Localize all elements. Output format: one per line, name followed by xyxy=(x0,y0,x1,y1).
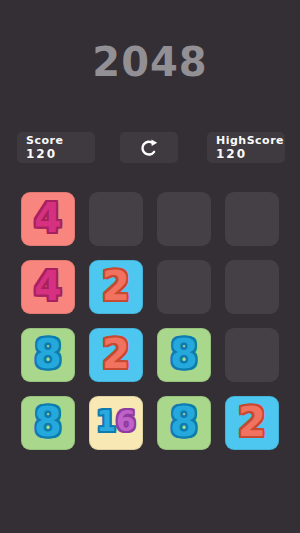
empty-cell-r3c4 xyxy=(225,328,279,382)
empty-cell-r2c3 xyxy=(157,260,211,314)
screen: 2048 Score 120 HighScore 120 44282881682 xyxy=(0,0,300,533)
empty-cell-r1c4 xyxy=(225,192,279,246)
tile-digit: 8 xyxy=(170,334,198,374)
tile-digit: 4 xyxy=(34,198,62,238)
board[interactable]: 44282881682 xyxy=(21,192,279,450)
tile-4-r1c1: 4 xyxy=(21,192,75,246)
tile-2-r3c2: 2 xyxy=(89,328,143,382)
tile-16-r4c2: 16 xyxy=(89,396,143,450)
empty-cell-r1c2 xyxy=(89,192,143,246)
tile-8-r3c3: 8 xyxy=(157,328,211,382)
tile-digit: 2 xyxy=(102,334,130,374)
game-title: 2048 xyxy=(0,40,300,84)
tile-digit: 6 xyxy=(116,408,135,436)
tile-digit: 2 xyxy=(102,266,130,306)
tile-digit: 2 xyxy=(238,402,266,442)
tile-digit: 8 xyxy=(170,402,198,442)
score-value: 120 xyxy=(26,147,95,161)
tile-4-r2c1: 4 xyxy=(21,260,75,314)
highscore-panel: HighScore 120 xyxy=(207,132,285,163)
restart-button[interactable] xyxy=(120,132,178,163)
tile-digit: 4 xyxy=(34,266,62,306)
refresh-icon xyxy=(138,137,160,159)
tile-2-r4c4: 2 xyxy=(225,396,279,450)
tile-8-r4c3: 8 xyxy=(157,396,211,450)
highscore-label: HighScore xyxy=(216,134,285,147)
empty-cell-r1c3 xyxy=(157,192,211,246)
score-panel: Score 120 xyxy=(17,132,95,163)
tile-digit: 1 xyxy=(97,408,116,436)
empty-cell-r2c4 xyxy=(225,260,279,314)
tile-digit: 8 xyxy=(34,402,62,442)
tile-2-r2c2: 2 xyxy=(89,260,143,314)
tile-8-r4c1: 8 xyxy=(21,396,75,450)
highscore-value: 120 xyxy=(216,147,285,161)
score-label: Score xyxy=(26,134,95,147)
tile-digit: 8 xyxy=(34,334,62,374)
tile-8-r3c1: 8 xyxy=(21,328,75,382)
